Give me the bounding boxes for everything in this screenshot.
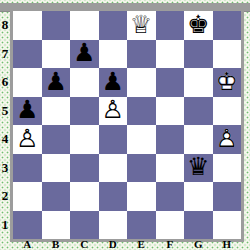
square-d6[interactable]: ♟ xyxy=(99,68,128,97)
square-h8[interactable] xyxy=(213,11,242,40)
square-h5[interactable] xyxy=(213,97,242,126)
piece-black-pawn-d6[interactable]: ♟ xyxy=(102,69,124,94)
rank-label-5: 5 xyxy=(0,97,10,126)
square-f8[interactable] xyxy=(156,11,185,40)
square-e3[interactable] xyxy=(127,154,156,183)
square-a1[interactable] xyxy=(13,211,42,240)
piece-white-king-h6[interactable]: ♚♔ xyxy=(216,69,238,94)
square-e2[interactable] xyxy=(127,182,156,211)
file-label-a: A xyxy=(13,239,42,250)
rank-label-7: 7 xyxy=(0,40,10,69)
piece-white-queen-e8[interactable]: ♛♕ xyxy=(130,12,152,37)
square-g7[interactable] xyxy=(184,40,213,69)
chess-app-screen: ♛♕♚♟♟♟♚♔♟♟♙♟♙♟♙♛ 87654321 ABCDEFGH xyxy=(0,0,250,250)
piece-black-pawn-a5[interactable]: ♟ xyxy=(16,97,38,122)
square-f2[interactable] xyxy=(156,182,185,211)
rank-label-1: 1 xyxy=(0,211,10,240)
square-g1[interactable] xyxy=(184,211,213,240)
square-d7[interactable] xyxy=(99,40,128,69)
square-d8[interactable] xyxy=(99,11,128,40)
square-f1[interactable] xyxy=(156,211,185,240)
square-e1[interactable] xyxy=(127,211,156,240)
rank-label-2: 2 xyxy=(0,182,10,211)
square-e8[interactable]: ♛♕ xyxy=(127,11,156,40)
square-b7[interactable] xyxy=(42,40,71,69)
chess-board-frame: ♛♕♚♟♟♟♚♔♟♟♙♟♙♟♙♛ xyxy=(10,11,244,242)
chess-board: ♛♕♚♟♟♟♚♔♟♟♙♟♙♟♙♛ xyxy=(13,11,241,239)
square-e4[interactable] xyxy=(127,125,156,154)
piece-white-pawn-a4[interactable]: ♟♙ xyxy=(16,126,38,151)
file-labels: ABCDEFGH xyxy=(13,239,241,250)
square-b5[interactable] xyxy=(42,97,71,126)
square-g4[interactable] xyxy=(184,125,213,154)
piece-black-pawn-b6[interactable]: ♟ xyxy=(45,69,67,94)
square-a5[interactable]: ♟ xyxy=(13,97,42,126)
square-d3[interactable] xyxy=(99,154,128,183)
square-c7[interactable]: ♟ xyxy=(70,40,99,69)
square-c1[interactable] xyxy=(70,211,99,240)
square-c5[interactable] xyxy=(70,97,99,126)
piece-black-queen-g3[interactable]: ♛ xyxy=(187,154,209,179)
square-d4[interactable] xyxy=(99,125,128,154)
square-a3[interactable] xyxy=(13,154,42,183)
square-d5[interactable]: ♟♙ xyxy=(99,97,128,126)
square-c6[interactable] xyxy=(70,68,99,97)
square-h1[interactable] xyxy=(213,211,242,240)
piece-black-king-g8[interactable]: ♚ xyxy=(187,12,209,37)
square-b6[interactable]: ♟ xyxy=(42,68,71,97)
square-h4[interactable]: ♟♙ xyxy=(213,125,242,154)
square-g2[interactable] xyxy=(184,182,213,211)
file-label-h: H xyxy=(213,239,242,250)
piece-white-pawn-h4[interactable]: ♟♙ xyxy=(216,126,238,151)
square-c8[interactable] xyxy=(70,11,99,40)
file-label-f: F xyxy=(156,239,185,250)
square-c3[interactable] xyxy=(70,154,99,183)
square-e7[interactable] xyxy=(127,40,156,69)
square-f7[interactable] xyxy=(156,40,185,69)
file-label-c: C xyxy=(70,239,99,250)
square-b4[interactable] xyxy=(42,125,71,154)
square-g5[interactable] xyxy=(184,97,213,126)
square-h2[interactable] xyxy=(213,182,242,211)
file-label-d: D xyxy=(99,239,128,250)
square-h7[interactable] xyxy=(213,40,242,69)
square-b2[interactable] xyxy=(42,182,71,211)
square-c2[interactable] xyxy=(70,182,99,211)
square-d1[interactable] xyxy=(99,211,128,240)
square-f3[interactable] xyxy=(156,154,185,183)
square-g8[interactable]: ♚ xyxy=(184,11,213,40)
square-g3[interactable]: ♛ xyxy=(184,154,213,183)
square-g6[interactable] xyxy=(184,68,213,97)
square-f4[interactable] xyxy=(156,125,185,154)
square-h3[interactable] xyxy=(213,154,242,183)
square-a4[interactable]: ♟♙ xyxy=(13,125,42,154)
piece-black-pawn-c7[interactable]: ♟ xyxy=(73,40,95,65)
rank-label-4: 4 xyxy=(0,125,10,154)
square-a2[interactable] xyxy=(13,182,42,211)
rank-label-3: 3 xyxy=(0,154,10,183)
rank-label-8: 8 xyxy=(0,11,10,40)
square-a8[interactable] xyxy=(13,11,42,40)
square-a7[interactable] xyxy=(13,40,42,69)
square-f5[interactable] xyxy=(156,97,185,126)
square-b1[interactable] xyxy=(42,211,71,240)
square-b8[interactable] xyxy=(42,11,71,40)
rank-label-6: 6 xyxy=(0,68,10,97)
square-d2[interactable] xyxy=(99,182,128,211)
square-c4[interactable] xyxy=(70,125,99,154)
square-a6[interactable] xyxy=(13,68,42,97)
square-f6[interactable] xyxy=(156,68,185,97)
square-e6[interactable] xyxy=(127,68,156,97)
file-label-g: G xyxy=(184,239,213,250)
square-h6[interactable]: ♚♔ xyxy=(213,68,242,97)
file-label-b: B xyxy=(42,239,71,250)
file-label-e: E xyxy=(127,239,156,250)
square-e5[interactable] xyxy=(127,97,156,126)
piece-white-pawn-d5[interactable]: ♟♙ xyxy=(102,97,124,122)
square-b3[interactable] xyxy=(42,154,71,183)
